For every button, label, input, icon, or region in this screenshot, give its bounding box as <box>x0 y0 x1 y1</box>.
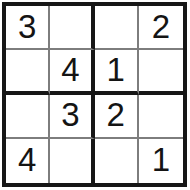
cell-r4c4[interactable]: 1 <box>139 139 183 183</box>
cell-r3c3[interactable]: 2 <box>95 95 139 139</box>
cell-r4c2[interactable] <box>50 139 94 183</box>
cell-r3c2[interactable]: 3 <box>50 95 94 139</box>
cell-r2c4[interactable] <box>139 50 183 94</box>
cell-r2c3[interactable]: 1 <box>95 50 139 94</box>
cell-r1c2[interactable] <box>50 6 94 50</box>
cell-r2c1[interactable] <box>6 50 50 94</box>
cell-r1c4[interactable]: 2 <box>139 6 183 50</box>
cell-r1c3[interactable] <box>95 6 139 50</box>
cell-r4c3[interactable] <box>95 139 139 183</box>
cell-r2c2[interactable]: 4 <box>50 50 94 94</box>
cell-r1c1[interactable]: 3 <box>6 6 50 50</box>
cell-r3c1[interactable] <box>6 95 50 139</box>
cell-r3c4[interactable] <box>139 95 183 139</box>
sudoku-board: 3 2 4 1 3 2 4 1 <box>2 2 187 187</box>
cell-r4c1[interactable]: 4 <box>6 139 50 183</box>
